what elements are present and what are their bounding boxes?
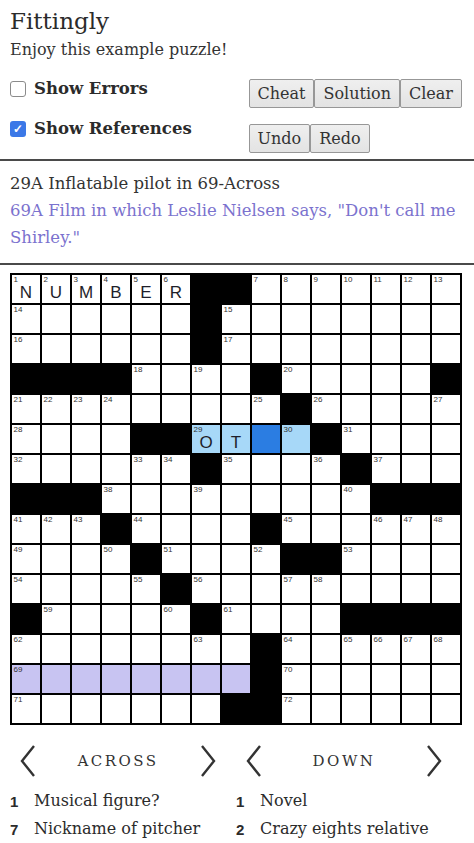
grid-cell[interactable]: 54 bbox=[12, 575, 40, 603]
grid-cell[interactable]: 55 bbox=[132, 575, 160, 603]
grid-cell[interactable] bbox=[72, 335, 100, 363]
black-cell bbox=[252, 515, 280, 543]
grid-cell[interactable] bbox=[402, 545, 430, 573]
grid-cell[interactable] bbox=[402, 365, 430, 393]
grid-cell[interactable] bbox=[342, 515, 370, 543]
grid-cell[interactable]: 64 bbox=[282, 635, 310, 663]
black-cell bbox=[12, 365, 40, 393]
cell-number: 25 bbox=[254, 395, 263, 404]
cell-number: 64 bbox=[284, 635, 293, 644]
black-cell bbox=[432, 485, 460, 513]
cell-number: 44 bbox=[134, 515, 143, 524]
grid-cell[interactable] bbox=[312, 605, 340, 633]
grid-cell[interactable] bbox=[42, 305, 70, 333]
grid-cell[interactable]: 47 bbox=[402, 515, 430, 543]
grid-cell[interactable] bbox=[282, 605, 310, 633]
cell-letter: T bbox=[222, 433, 250, 452]
grid-cell[interactable]: 26 bbox=[312, 395, 340, 423]
grid-cell[interactable] bbox=[222, 665, 250, 693]
grid-cell[interactable]: 1N bbox=[12, 275, 40, 303]
grid-cell[interactable] bbox=[162, 695, 190, 723]
grid-cell[interactable] bbox=[432, 305, 460, 333]
grid-cell[interactable] bbox=[72, 695, 100, 723]
grid-cell[interactable] bbox=[222, 515, 250, 543]
black-cell bbox=[222, 275, 250, 303]
grid-cell[interactable]: 65 bbox=[342, 635, 370, 663]
grid-cell[interactable]: 4B bbox=[102, 275, 130, 303]
grid-cell[interactable] bbox=[162, 395, 190, 423]
grid-cell[interactable] bbox=[282, 335, 310, 363]
grid-cell[interactable]: 31 bbox=[342, 425, 370, 453]
grid-cell[interactable] bbox=[132, 395, 160, 423]
grid-cell[interactable]: 10 bbox=[342, 275, 370, 303]
black-cell bbox=[372, 485, 400, 513]
cell-number: 57 bbox=[284, 575, 293, 584]
grid-cell[interactable] bbox=[312, 515, 340, 543]
grid-cell[interactable] bbox=[72, 425, 100, 453]
grid-cell[interactable] bbox=[342, 575, 370, 603]
grid-cell[interactable] bbox=[252, 485, 280, 513]
grid-cell[interactable] bbox=[132, 665, 160, 693]
grid-cell[interactable] bbox=[252, 425, 280, 453]
clue-number: 1 bbox=[236, 787, 260, 815]
grid-cell[interactable]: 22 bbox=[42, 395, 70, 423]
grid-cell[interactable] bbox=[222, 545, 250, 573]
grid-cell[interactable]: 49 bbox=[12, 545, 40, 573]
cell-number: 48 bbox=[434, 515, 443, 524]
grid-cell[interactable] bbox=[132, 605, 160, 633]
grid-cell[interactable] bbox=[372, 335, 400, 363]
grid-cell[interactable]: 33 bbox=[132, 455, 160, 483]
cell-number: 56 bbox=[194, 575, 203, 584]
clue-number: 7 bbox=[10, 815, 34, 843]
cell-number: 38 bbox=[104, 485, 113, 494]
grid-cell[interactable]: 53 bbox=[342, 545, 370, 573]
cell-number: 45 bbox=[284, 515, 293, 524]
clear-button[interactable]: Clear bbox=[400, 79, 462, 108]
cell-letter: U bbox=[42, 283, 70, 302]
cell-number: 20 bbox=[284, 365, 293, 374]
grid-cell[interactable]: T bbox=[222, 425, 250, 453]
grid-cell[interactable]: 45 bbox=[282, 515, 310, 543]
grid-cell[interactable] bbox=[372, 695, 400, 723]
cell-number: 61 bbox=[224, 605, 233, 614]
down-column: DOWN 1 Novel 2 Crazy eights relative 3 "… bbox=[236, 735, 462, 843]
across-prev-button[interactable] bbox=[14, 742, 42, 780]
black-cell bbox=[72, 485, 100, 513]
grid-cell[interactable] bbox=[252, 605, 280, 633]
grid-cell[interactable] bbox=[42, 335, 70, 363]
grid-cell[interactable] bbox=[132, 305, 160, 333]
grid-cell[interactable]: 14 bbox=[12, 305, 40, 333]
grid-cell[interactable]: 20 bbox=[282, 365, 310, 393]
chevron-left-icon bbox=[16, 742, 40, 780]
black-cell bbox=[72, 365, 100, 393]
grid-cell[interactable] bbox=[402, 455, 430, 483]
grid-cell[interactable] bbox=[222, 575, 250, 603]
cell-number: 58 bbox=[314, 575, 323, 584]
black-cell bbox=[342, 455, 370, 483]
cell-number: 55 bbox=[134, 575, 143, 584]
grid-cell[interactable]: 24 bbox=[102, 395, 130, 423]
grid-cell[interactable] bbox=[252, 335, 280, 363]
grid-cell[interactable] bbox=[282, 455, 310, 483]
grid-cell[interactable]: 13 bbox=[432, 275, 460, 303]
cell-number: 62 bbox=[14, 635, 23, 644]
grid-cell[interactable]: 7 bbox=[252, 275, 280, 303]
grid-cell[interactable] bbox=[252, 575, 280, 603]
grid-cell[interactable]: 17 bbox=[222, 335, 250, 363]
grid-cell[interactable] bbox=[192, 545, 220, 573]
grid-cell[interactable] bbox=[222, 485, 250, 513]
grid-cell[interactable]: 59 bbox=[42, 605, 70, 633]
cell-number: 59 bbox=[44, 605, 53, 614]
clue-number: 2 bbox=[236, 815, 260, 843]
black-cell bbox=[162, 575, 190, 603]
grid-cell[interactable]: 56 bbox=[192, 575, 220, 603]
grid-cell[interactable] bbox=[312, 485, 340, 513]
down-prev-button[interactable] bbox=[240, 742, 268, 780]
grid-cell[interactable]: 61 bbox=[222, 605, 250, 633]
black-cell bbox=[282, 545, 310, 573]
grid-cell[interactable] bbox=[72, 665, 100, 693]
black-cell bbox=[252, 665, 280, 693]
grid-cell[interactable]: 68 bbox=[432, 635, 460, 663]
grid-cell[interactable] bbox=[192, 395, 220, 423]
cell-number: 14 bbox=[14, 305, 23, 314]
grid-cell[interactable] bbox=[432, 665, 460, 693]
cell-number: 13 bbox=[434, 275, 443, 284]
grid-cell[interactable] bbox=[282, 305, 310, 333]
grid-cell[interactable] bbox=[72, 635, 100, 663]
grid-cell[interactable] bbox=[132, 335, 160, 363]
grid-cell[interactable]: 5E bbox=[132, 275, 160, 303]
grid-cell[interactable]: 60 bbox=[162, 605, 190, 633]
grid-cell[interactable] bbox=[102, 695, 130, 723]
grid-cell[interactable] bbox=[102, 605, 130, 633]
grid-cell[interactable] bbox=[222, 635, 250, 663]
grid-cell[interactable]: 67 bbox=[402, 635, 430, 663]
grid-cell[interactable]: 3M bbox=[72, 275, 100, 303]
black-cell bbox=[252, 365, 280, 393]
clue-item[interactable]: 2 Crazy eights relative bbox=[236, 815, 452, 843]
grid-cell[interactable] bbox=[72, 455, 100, 483]
cell-number: 32 bbox=[14, 455, 23, 464]
grid-cell[interactable]: 62 bbox=[12, 635, 40, 663]
grid-cell[interactable]: 19 bbox=[192, 365, 220, 393]
grid-cell[interactable] bbox=[72, 575, 100, 603]
grid-cell[interactable] bbox=[132, 695, 160, 723]
grid-cell[interactable]: 57 bbox=[282, 575, 310, 603]
grid-cell[interactable] bbox=[162, 635, 190, 663]
reference-clue: 29A Inflatable pilot in 69-Across bbox=[10, 170, 464, 197]
grid-cell[interactable]: 29O bbox=[192, 425, 220, 453]
grid-cell[interactable] bbox=[312, 665, 340, 693]
grid-cell[interactable] bbox=[402, 665, 430, 693]
cell-number: 27 bbox=[434, 395, 443, 404]
redo-button[interactable]: Redo bbox=[310, 124, 369, 153]
grid-cell[interactable] bbox=[222, 365, 250, 393]
grid-cell[interactable]: 11 bbox=[372, 275, 400, 303]
black-cell bbox=[132, 545, 160, 573]
grid-cell[interactable]: 51 bbox=[162, 545, 190, 573]
black-cell bbox=[402, 485, 430, 513]
grid-cell[interactable] bbox=[372, 545, 400, 573]
grid-cell[interactable] bbox=[312, 365, 340, 393]
grid-cell[interactable] bbox=[132, 635, 160, 663]
grid-cell[interactable] bbox=[402, 695, 430, 723]
grid-cell[interactable] bbox=[252, 455, 280, 483]
grid-cell[interactable] bbox=[402, 305, 430, 333]
grid-cell[interactable] bbox=[192, 515, 220, 543]
grid-cell[interactable] bbox=[432, 695, 460, 723]
cell-number: 9 bbox=[314, 275, 318, 284]
black-cell bbox=[102, 515, 130, 543]
cell-number: 42 bbox=[44, 515, 53, 524]
cell-number: 7 bbox=[254, 275, 258, 284]
cell-number: 72 bbox=[284, 695, 293, 704]
grid-cell[interactable]: 42 bbox=[42, 515, 70, 543]
black-cell bbox=[342, 605, 370, 633]
grid-cell[interactable]: 52 bbox=[252, 545, 280, 573]
cell-number: 21 bbox=[14, 395, 23, 404]
grid-cell[interactable] bbox=[72, 545, 100, 573]
grid-cell[interactable] bbox=[312, 335, 340, 363]
grid-cell[interactable] bbox=[402, 395, 430, 423]
cell-number: 26 bbox=[314, 395, 323, 404]
grid-cell[interactable]: 25 bbox=[252, 395, 280, 423]
grid-cell[interactable] bbox=[282, 485, 310, 513]
grid-cell[interactable] bbox=[402, 335, 430, 363]
cell-number: 28 bbox=[14, 425, 23, 434]
black-cell bbox=[192, 605, 220, 633]
grid-cell[interactable] bbox=[342, 305, 370, 333]
grid-cell[interactable] bbox=[102, 455, 130, 483]
clue-text: Crazy eights relative bbox=[260, 815, 452, 843]
black-cell bbox=[192, 275, 220, 303]
grid-cell[interactable] bbox=[102, 635, 130, 663]
grid-cell[interactable]: 6R bbox=[162, 275, 190, 303]
grid-cell[interactable] bbox=[342, 395, 370, 423]
cell-number: 49 bbox=[14, 545, 23, 554]
cell-number: 15 bbox=[224, 305, 233, 314]
cell-number: 53 bbox=[344, 545, 353, 554]
grid-cell[interactable] bbox=[102, 425, 130, 453]
cell-number: 33 bbox=[134, 455, 143, 464]
black-cell bbox=[432, 605, 460, 633]
grid-cell[interactable] bbox=[42, 545, 70, 573]
grid-cell[interactable]: 8 bbox=[282, 275, 310, 303]
grid-cell[interactable]: 38 bbox=[102, 485, 130, 513]
grid-cell[interactable]: 15 bbox=[222, 305, 250, 333]
cell-number: 70 bbox=[284, 665, 293, 674]
cell-number: 60 bbox=[164, 605, 173, 614]
grid-cell[interactable] bbox=[162, 515, 190, 543]
grid-cell[interactable] bbox=[372, 425, 400, 453]
cell-number: 19 bbox=[194, 365, 203, 374]
grid-cell[interactable] bbox=[312, 635, 340, 663]
grid-cell[interactable]: 30 bbox=[282, 425, 310, 453]
reference-clues-panel: 29A Inflatable pilot in 69-Across 69A Fi… bbox=[0, 161, 474, 263]
grid-cell[interactable]: 58 bbox=[312, 575, 340, 603]
cell-letter: E bbox=[132, 283, 160, 302]
undo-button[interactable]: Undo bbox=[249, 124, 311, 153]
black-cell bbox=[42, 365, 70, 393]
grid-cell[interactable]: 69 bbox=[12, 665, 40, 693]
grid-cell[interactable]: 21 bbox=[12, 395, 40, 423]
divider-bottom bbox=[0, 263, 474, 265]
cheat-button[interactable]: Cheat bbox=[249, 79, 315, 108]
clue-item[interactable]: 1 Musical figure? bbox=[10, 787, 226, 815]
grid-cell[interactable] bbox=[312, 305, 340, 333]
cell-number: 52 bbox=[254, 545, 263, 554]
cell-letter: O bbox=[192, 433, 220, 452]
undo-redo-group: Undo Redo bbox=[249, 124, 370, 153]
grid-cell[interactable] bbox=[432, 545, 460, 573]
grid-cell[interactable] bbox=[42, 695, 70, 723]
grid-cell[interactable]: 50 bbox=[102, 545, 130, 573]
grid-cell[interactable] bbox=[162, 305, 190, 333]
chevron-left-icon bbox=[242, 742, 266, 780]
crossword-grid[interactable]: 1N2U3M4B5E6R7891011121314151617181920212… bbox=[10, 273, 462, 725]
grid-cell[interactable] bbox=[432, 425, 460, 453]
cell-number: 12 bbox=[404, 275, 413, 284]
grid-cell[interactable] bbox=[102, 305, 130, 333]
grid-cell[interactable] bbox=[372, 575, 400, 603]
grid-cell[interactable] bbox=[432, 455, 460, 483]
grid-cell[interactable] bbox=[192, 665, 220, 693]
grid-cell[interactable]: 28 bbox=[12, 425, 40, 453]
grid-cell[interactable] bbox=[102, 575, 130, 603]
cell-number: 65 bbox=[344, 635, 353, 644]
grid-cell[interactable]: 18 bbox=[132, 365, 160, 393]
show-references-checkbox[interactable]: ✓ Show References bbox=[10, 119, 192, 138]
grid-cell[interactable]: 48 bbox=[432, 515, 460, 543]
grid-cell[interactable] bbox=[372, 365, 400, 393]
cell-number: 37 bbox=[374, 455, 383, 464]
grid-cell[interactable]: 70 bbox=[282, 665, 310, 693]
grid-cell[interactable] bbox=[252, 305, 280, 333]
grid-cell[interactable]: 71 bbox=[12, 695, 40, 723]
black-cell bbox=[432, 365, 460, 393]
grid-cell[interactable] bbox=[42, 635, 70, 663]
cell-number: 34 bbox=[164, 455, 173, 464]
grid-cell[interactable] bbox=[162, 665, 190, 693]
cell-letter: N bbox=[12, 283, 40, 302]
black-cell bbox=[312, 425, 340, 453]
grid-cell[interactable]: 34 bbox=[162, 455, 190, 483]
grid-cell[interactable]: 66 bbox=[372, 635, 400, 663]
grid-cell[interactable]: 63 bbox=[192, 635, 220, 663]
grid-cell[interactable] bbox=[432, 575, 460, 603]
grid-cell[interactable] bbox=[432, 335, 460, 363]
grid-cell[interactable] bbox=[102, 335, 130, 363]
across-next-button[interactable] bbox=[194, 742, 222, 780]
black-cell bbox=[282, 395, 310, 423]
cell-number: 10 bbox=[344, 275, 353, 284]
grid-cell[interactable] bbox=[372, 665, 400, 693]
grid-cell[interactable] bbox=[372, 305, 400, 333]
grid-cell[interactable] bbox=[72, 605, 100, 633]
black-cell bbox=[42, 485, 70, 513]
grid-cell[interactable]: 37 bbox=[372, 455, 400, 483]
clue-lists: ACROSS 1 Musical figure? 7 Nickname of p… bbox=[10, 735, 462, 843]
grid-cell[interactable]: 43 bbox=[72, 515, 100, 543]
checkbox-checked-icon[interactable]: ✓ bbox=[10, 121, 26, 137]
grid-cell[interactable]: 72 bbox=[282, 695, 310, 723]
cell-number: 8 bbox=[284, 275, 288, 284]
grid-cell[interactable] bbox=[162, 365, 190, 393]
grid-cell[interactable] bbox=[192, 695, 220, 723]
grid-cell[interactable] bbox=[72, 305, 100, 333]
cell-number: 11 bbox=[374, 275, 382, 284]
grid-cell[interactable]: 44 bbox=[132, 515, 160, 543]
grid-cell[interactable] bbox=[102, 665, 130, 693]
grid-cell[interactable] bbox=[342, 365, 370, 393]
grid-cell[interactable] bbox=[402, 575, 430, 603]
grid-cell[interactable] bbox=[342, 695, 370, 723]
down-heading: DOWN bbox=[313, 752, 376, 770]
grid-cell[interactable] bbox=[342, 335, 370, 363]
clue-text: Musical figure? bbox=[34, 787, 226, 815]
reference-clue-active: 69A Film in which Leslie Nielsen says, "… bbox=[10, 197, 464, 251]
grid-cell[interactable] bbox=[42, 665, 70, 693]
grid-cell[interactable] bbox=[162, 335, 190, 363]
grid-cell[interactable] bbox=[132, 485, 160, 513]
checkbox-unchecked-icon[interactable] bbox=[10, 81, 26, 97]
across-column: ACROSS 1 Musical figure? 7 Nickname of p… bbox=[10, 735, 236, 843]
grid-cell[interactable]: 32 bbox=[12, 455, 40, 483]
grid-cell[interactable]: 9 bbox=[312, 275, 340, 303]
chevron-right-icon bbox=[196, 742, 220, 780]
clue-item[interactable]: 1 Novel bbox=[236, 787, 452, 815]
grid-cell[interactable] bbox=[372, 395, 400, 423]
grid-cell[interactable] bbox=[342, 665, 370, 693]
grid-cell[interactable]: 41 bbox=[12, 515, 40, 543]
grid-cell[interactable]: 27 bbox=[432, 395, 460, 423]
black-cell bbox=[192, 305, 220, 333]
cell-number: 66 bbox=[374, 635, 383, 644]
grid-cell[interactable] bbox=[42, 425, 70, 453]
grid-cell[interactable] bbox=[42, 455, 70, 483]
show-references-label: Show References bbox=[34, 119, 192, 138]
black-cell bbox=[192, 335, 220, 363]
cell-number: 69 bbox=[14, 665, 23, 674]
grid-cell[interactable]: 46 bbox=[372, 515, 400, 543]
grid-cell[interactable]: 35 bbox=[222, 455, 250, 483]
grid-cell[interactable] bbox=[222, 395, 250, 423]
grid-cell[interactable]: 16 bbox=[12, 335, 40, 363]
clue-item[interactable]: 7 Nickname of pitcher Hideo Nomo, known … bbox=[10, 815, 226, 843]
grid-cell[interactable]: 2U bbox=[42, 275, 70, 303]
grid-cell[interactable] bbox=[402, 425, 430, 453]
show-errors-checkbox[interactable]: Show Errors bbox=[10, 79, 192, 98]
black-cell bbox=[132, 425, 160, 453]
solution-button[interactable]: Solution bbox=[314, 79, 400, 108]
black-cell bbox=[252, 635, 280, 663]
grid-cell[interactable]: 40 bbox=[342, 485, 370, 513]
grid-cell[interactable] bbox=[162, 485, 190, 513]
grid-cell[interactable] bbox=[312, 695, 340, 723]
down-next-button[interactable] bbox=[420, 742, 448, 780]
grid-cell[interactable]: 36 bbox=[312, 455, 340, 483]
grid-cell[interactable]: 23 bbox=[72, 395, 100, 423]
grid-cell[interactable] bbox=[42, 575, 70, 603]
grid-cell[interactable]: 39 bbox=[192, 485, 220, 513]
black-cell bbox=[192, 455, 220, 483]
cell-number: 16 bbox=[14, 335, 23, 344]
grid-cell[interactable]: 12 bbox=[402, 275, 430, 303]
